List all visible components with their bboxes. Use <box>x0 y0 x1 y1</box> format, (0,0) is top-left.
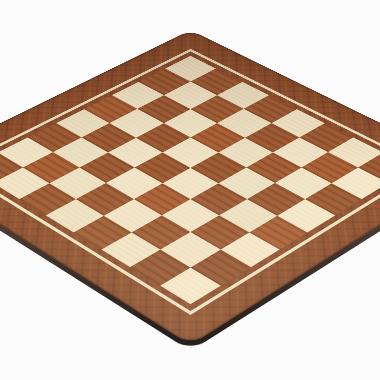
product-photo-canvas <box>0 0 380 380</box>
board-frame <box>0 30 380 345</box>
chessboard <box>0 30 380 345</box>
